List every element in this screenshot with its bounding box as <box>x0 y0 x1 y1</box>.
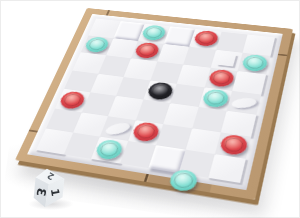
piece-teal-r1c6[interactable] <box>241 53 269 72</box>
wedge-tile <box>231 96 258 108</box>
piece-red-r2c5[interactable] <box>207 69 236 88</box>
piece-black-r3c3[interactable] <box>146 81 175 101</box>
piece-teal-r3c5[interactable] <box>201 88 230 108</box>
frame-joint-right <box>277 54 287 56</box>
bump-tile <box>217 54 237 67</box>
wedge-tile <box>104 121 131 136</box>
product-photo-stage: 2 3 1 <box>0 0 300 218</box>
piece-teal-r0c2[interactable] <box>141 25 168 42</box>
piece-red-r0c4[interactable] <box>192 30 219 47</box>
piece-red-r5c3[interactable] <box>131 121 162 143</box>
cell-6-6[interactable] <box>209 155 246 183</box>
die[interactable]: 2 3 1 <box>31 167 69 209</box>
piece-red-r5c6[interactable] <box>218 133 249 156</box>
piece-red-r1c2[interactable] <box>134 42 162 60</box>
